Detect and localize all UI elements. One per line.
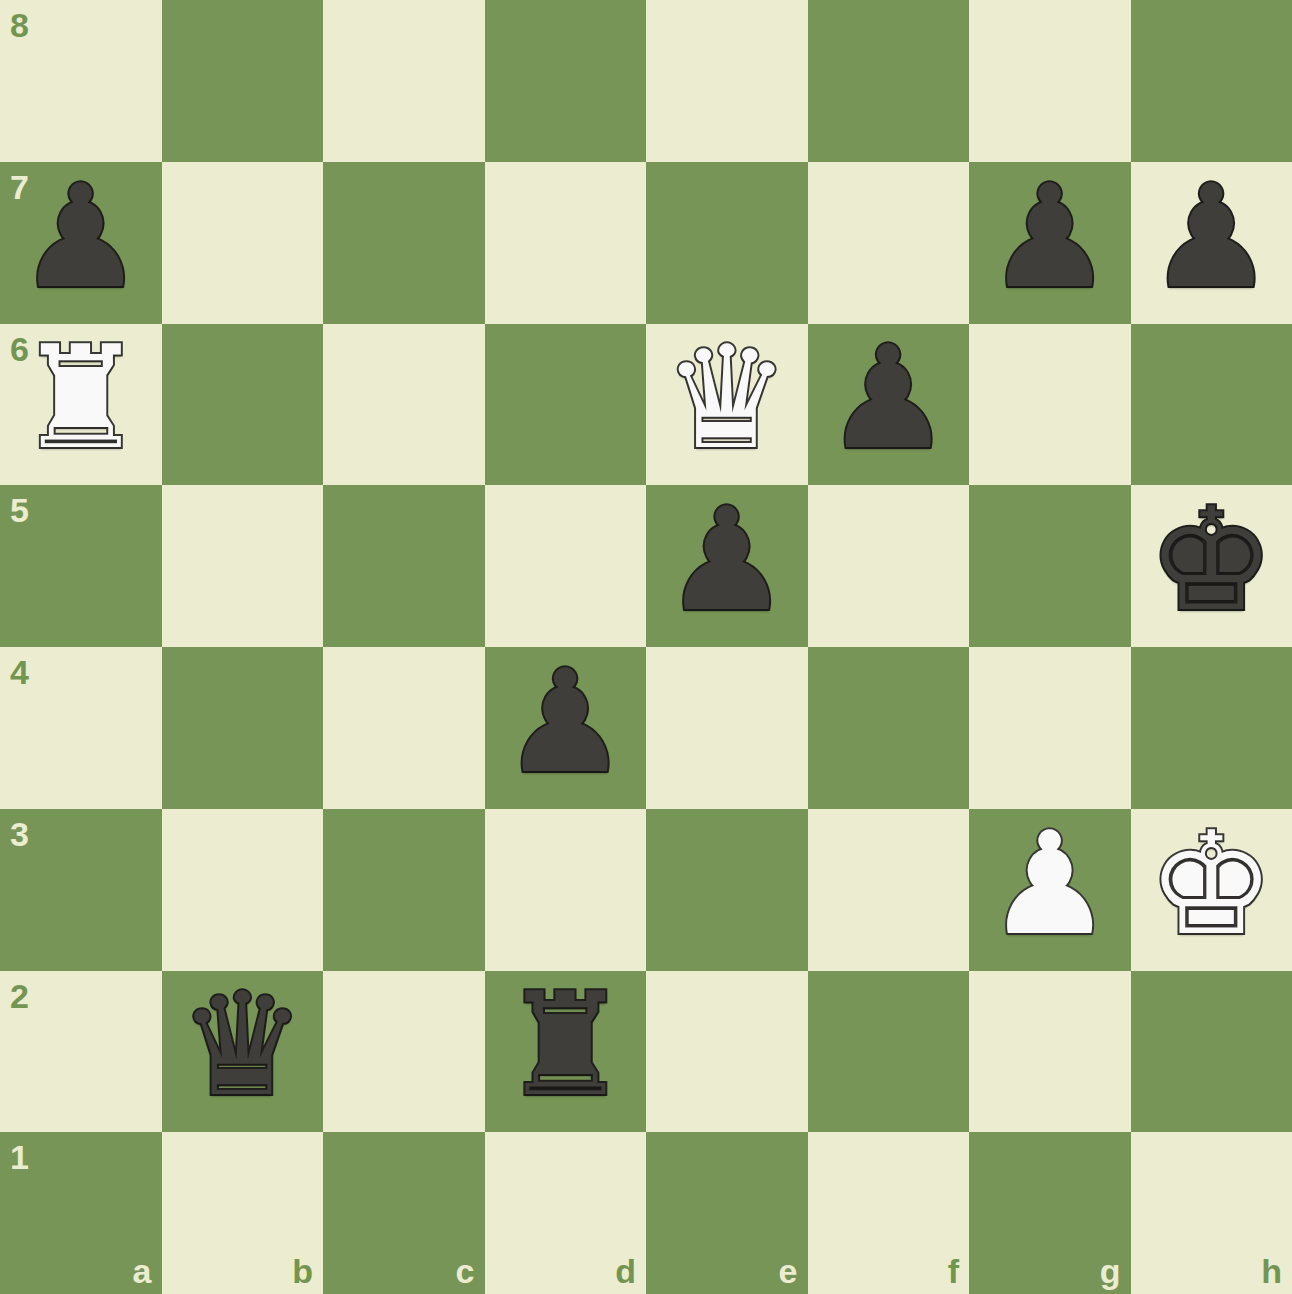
square-g5[interactable] bbox=[969, 485, 1131, 647]
square-f3[interactable] bbox=[808, 809, 970, 971]
square-a3[interactable]: 3 bbox=[0, 809, 162, 971]
file-label-e: e bbox=[779, 1254, 798, 1288]
square-c5[interactable] bbox=[323, 485, 485, 647]
square-h1[interactable]: h bbox=[1131, 1132, 1292, 1294]
square-d2[interactable]: ♜ bbox=[485, 971, 647, 1133]
square-d6[interactable] bbox=[485, 324, 647, 486]
piece-black-pawn[interactable]: ♟ bbox=[502, 651, 629, 793]
square-e6[interactable]: ♛ bbox=[646, 324, 808, 486]
piece-black-pawn[interactable]: ♟ bbox=[825, 327, 952, 469]
rank-label-2: 2 bbox=[10, 979, 29, 1013]
square-g8[interactable] bbox=[969, 0, 1131, 162]
square-b6[interactable] bbox=[162, 324, 324, 486]
square-e7[interactable] bbox=[646, 162, 808, 324]
square-a6[interactable]: 6♜ bbox=[0, 324, 162, 486]
square-b1[interactable]: b bbox=[162, 1132, 324, 1294]
square-a2[interactable]: 2 bbox=[0, 971, 162, 1133]
square-h2[interactable] bbox=[1131, 971, 1292, 1133]
square-f5[interactable] bbox=[808, 485, 970, 647]
piece-black-pawn[interactable]: ♟ bbox=[17, 166, 144, 308]
square-c3[interactable] bbox=[323, 809, 485, 971]
piece-black-pawn[interactable]: ♟ bbox=[986, 166, 1113, 308]
square-e5[interactable]: ♟ bbox=[646, 485, 808, 647]
square-f1[interactable]: f bbox=[808, 1132, 970, 1294]
square-b2[interactable]: ♛ bbox=[162, 971, 324, 1133]
square-f4[interactable] bbox=[808, 647, 970, 809]
square-h3[interactable]: ♚ bbox=[1131, 809, 1292, 971]
square-c2[interactable] bbox=[323, 971, 485, 1133]
square-a8[interactable]: 8 bbox=[0, 0, 162, 162]
square-f7[interactable] bbox=[808, 162, 970, 324]
square-h5[interactable]: ♚ bbox=[1131, 485, 1292, 647]
square-g4[interactable] bbox=[969, 647, 1131, 809]
square-d1[interactable]: d bbox=[485, 1132, 647, 1294]
square-b4[interactable] bbox=[162, 647, 324, 809]
piece-black-queen[interactable]: ♛ bbox=[179, 974, 306, 1116]
square-a1[interactable]: 1a bbox=[0, 1132, 162, 1294]
square-g3[interactable]: ♟ bbox=[969, 809, 1131, 971]
chess-board: 87♟♟♟6♜♛♟5♟♚4♟3♟♚2♛♜1abcdefgh bbox=[0, 0, 1292, 1294]
piece-white-queen[interactable]: ♛ bbox=[663, 327, 790, 469]
square-b8[interactable] bbox=[162, 0, 324, 162]
rank-label-8: 8 bbox=[10, 8, 29, 42]
square-d8[interactable] bbox=[485, 0, 647, 162]
square-d4[interactable]: ♟ bbox=[485, 647, 647, 809]
square-e1[interactable]: e bbox=[646, 1132, 808, 1294]
square-a7[interactable]: 7♟ bbox=[0, 162, 162, 324]
square-g2[interactable] bbox=[969, 971, 1131, 1133]
square-a5[interactable]: 5 bbox=[0, 485, 162, 647]
file-label-d: d bbox=[615, 1254, 636, 1288]
file-label-b: b bbox=[292, 1254, 313, 1288]
square-c8[interactable] bbox=[323, 0, 485, 162]
square-h4[interactable] bbox=[1131, 647, 1292, 809]
piece-black-pawn[interactable]: ♟ bbox=[663, 489, 790, 631]
square-e3[interactable] bbox=[646, 809, 808, 971]
square-d7[interactable] bbox=[485, 162, 647, 324]
square-c4[interactable] bbox=[323, 647, 485, 809]
piece-black-rook[interactable]: ♜ bbox=[502, 974, 629, 1116]
square-h8[interactable] bbox=[1131, 0, 1292, 162]
square-h6[interactable] bbox=[1131, 324, 1292, 486]
piece-white-king[interactable]: ♚ bbox=[1148, 813, 1275, 955]
square-b7[interactable] bbox=[162, 162, 324, 324]
square-c1[interactable]: c bbox=[323, 1132, 485, 1294]
rank-label-3: 3 bbox=[10, 817, 29, 851]
square-d3[interactable] bbox=[485, 809, 647, 971]
file-label-h: h bbox=[1261, 1254, 1282, 1288]
piece-black-king[interactable]: ♚ bbox=[1148, 489, 1275, 631]
square-e8[interactable] bbox=[646, 0, 808, 162]
square-g7[interactable]: ♟ bbox=[969, 162, 1131, 324]
square-h7[interactable]: ♟ bbox=[1131, 162, 1292, 324]
rank-label-1: 1 bbox=[10, 1140, 29, 1174]
square-e4[interactable] bbox=[646, 647, 808, 809]
rank-label-4: 4 bbox=[10, 655, 29, 689]
square-a4[interactable]: 4 bbox=[0, 647, 162, 809]
square-g1[interactable]: g bbox=[969, 1132, 1131, 1294]
square-c7[interactable] bbox=[323, 162, 485, 324]
square-b3[interactable] bbox=[162, 809, 324, 971]
square-e2[interactable] bbox=[646, 971, 808, 1133]
square-c6[interactable] bbox=[323, 324, 485, 486]
square-f8[interactable] bbox=[808, 0, 970, 162]
piece-black-pawn[interactable]: ♟ bbox=[1148, 166, 1275, 308]
square-f2[interactable] bbox=[808, 971, 970, 1133]
file-label-c: c bbox=[456, 1254, 475, 1288]
piece-white-rook[interactable]: ♜ bbox=[17, 327, 144, 469]
square-b5[interactable] bbox=[162, 485, 324, 647]
rank-label-5: 5 bbox=[10, 493, 29, 527]
file-label-a: a bbox=[133, 1254, 152, 1288]
square-d5[interactable] bbox=[485, 485, 647, 647]
piece-white-pawn[interactable]: ♟ bbox=[986, 813, 1113, 955]
square-g6[interactable] bbox=[969, 324, 1131, 486]
file-label-f: f bbox=[948, 1254, 959, 1288]
square-f6[interactable]: ♟ bbox=[808, 324, 970, 486]
file-label-g: g bbox=[1100, 1254, 1121, 1288]
